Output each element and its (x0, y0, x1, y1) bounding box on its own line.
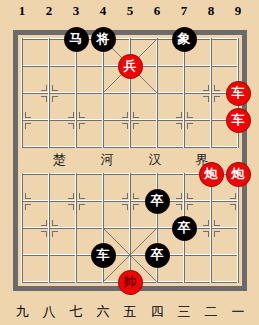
black-general[interactable]: 将 (91, 27, 116, 52)
file-label-top: 5 (122, 3, 138, 19)
position-marker (187, 204, 193, 210)
position-marker (176, 193, 182, 199)
file-label-bottom: 四 (148, 303, 166, 321)
position-marker (52, 96, 58, 102)
position-marker (122, 193, 128, 199)
position-marker (176, 204, 182, 210)
file-label-top: 4 (95, 3, 111, 19)
black-soldier[interactable]: 卒 (172, 216, 197, 241)
position-marker (79, 204, 85, 210)
black-soldier[interactable]: 卒 (145, 243, 170, 268)
position-marker (214, 85, 220, 91)
position-marker (79, 193, 85, 199)
grid-vline (183, 38, 185, 148)
position-marker (122, 123, 128, 129)
file-label-bottom: 五 (121, 303, 139, 321)
position-marker (52, 85, 58, 91)
position-marker (187, 123, 193, 129)
grid-vline (237, 173, 239, 283)
position-marker (214, 220, 220, 226)
position-marker (122, 204, 128, 210)
black-soldier[interactable]: 卒 (145, 189, 170, 214)
position-marker (203, 96, 209, 102)
river-char: 河 (99, 152, 115, 168)
position-marker (230, 193, 236, 199)
position-marker (79, 112, 85, 118)
file-label-top: 6 (149, 3, 165, 19)
position-marker (41, 220, 47, 226)
file-label-bottom: 六 (94, 303, 112, 321)
grid-vline (21, 38, 23, 148)
position-marker (203, 231, 209, 237)
position-marker (176, 123, 182, 129)
position-marker (214, 96, 220, 102)
position-marker (230, 204, 236, 210)
position-marker (133, 204, 139, 210)
river-char: 楚 (51, 152, 67, 168)
position-marker (25, 112, 31, 118)
position-marker (41, 85, 47, 91)
position-marker (52, 220, 58, 226)
file-label-top: 9 (230, 3, 246, 19)
position-marker (68, 193, 74, 199)
position-marker (25, 193, 31, 199)
red-cannon[interactable]: 炮 (199, 162, 224, 187)
position-marker (68, 112, 74, 118)
position-marker (25, 204, 31, 210)
file-label-top: 7 (176, 3, 192, 19)
position-marker (68, 123, 74, 129)
position-marker (133, 112, 139, 118)
position-marker (203, 220, 209, 226)
river-char: 汉 (147, 152, 163, 168)
position-marker (133, 123, 139, 129)
position-marker (133, 193, 139, 199)
red-chariot[interactable]: 车 (226, 108, 251, 133)
file-label-bottom: 一 (229, 303, 247, 321)
position-marker (25, 123, 31, 129)
file-label-bottom: 九 (13, 303, 31, 321)
position-marker (187, 112, 193, 118)
position-marker (79, 123, 85, 129)
position-marker (187, 193, 193, 199)
grid-vline (75, 173, 77, 283)
position-marker (68, 204, 74, 210)
position-marker (122, 112, 128, 118)
grid-vline (75, 38, 77, 148)
grid-vline (21, 173, 23, 283)
position-marker (176, 112, 182, 118)
red-cannon[interactable]: 炮 (226, 162, 251, 187)
position-marker (214, 231, 220, 237)
file-label-top: 3 (68, 3, 84, 19)
position-marker (41, 96, 47, 102)
file-label-bottom: 八 (40, 303, 58, 321)
red-soldier[interactable]: 兵 (118, 54, 143, 79)
xiangqi-board: 楚河汉界 马将象兵车车炮炮卒卒车卒帅 123456789 九八七六五四三二一 (0, 0, 259, 325)
file-label-top: 8 (203, 3, 219, 19)
file-label-top: 2 (41, 3, 57, 19)
grid-vline (48, 38, 50, 148)
black-elephant[interactable]: 象 (172, 27, 197, 52)
black-chariot[interactable]: 车 (91, 243, 116, 268)
file-label-bottom: 二 (202, 303, 220, 321)
grid-vline (48, 173, 50, 283)
red-chariot[interactable]: 车 (226, 81, 251, 106)
grid-vline (210, 38, 212, 148)
red-general[interactable]: 帅 (118, 270, 143, 295)
file-label-top: 1 (14, 3, 30, 19)
black-horse[interactable]: 马 (64, 27, 89, 52)
position-marker (41, 231, 47, 237)
grid-vline (210, 173, 212, 283)
position-marker (52, 231, 58, 237)
file-label-bottom: 三 (175, 303, 193, 321)
position-marker (203, 85, 209, 91)
file-label-bottom: 七 (67, 303, 85, 321)
